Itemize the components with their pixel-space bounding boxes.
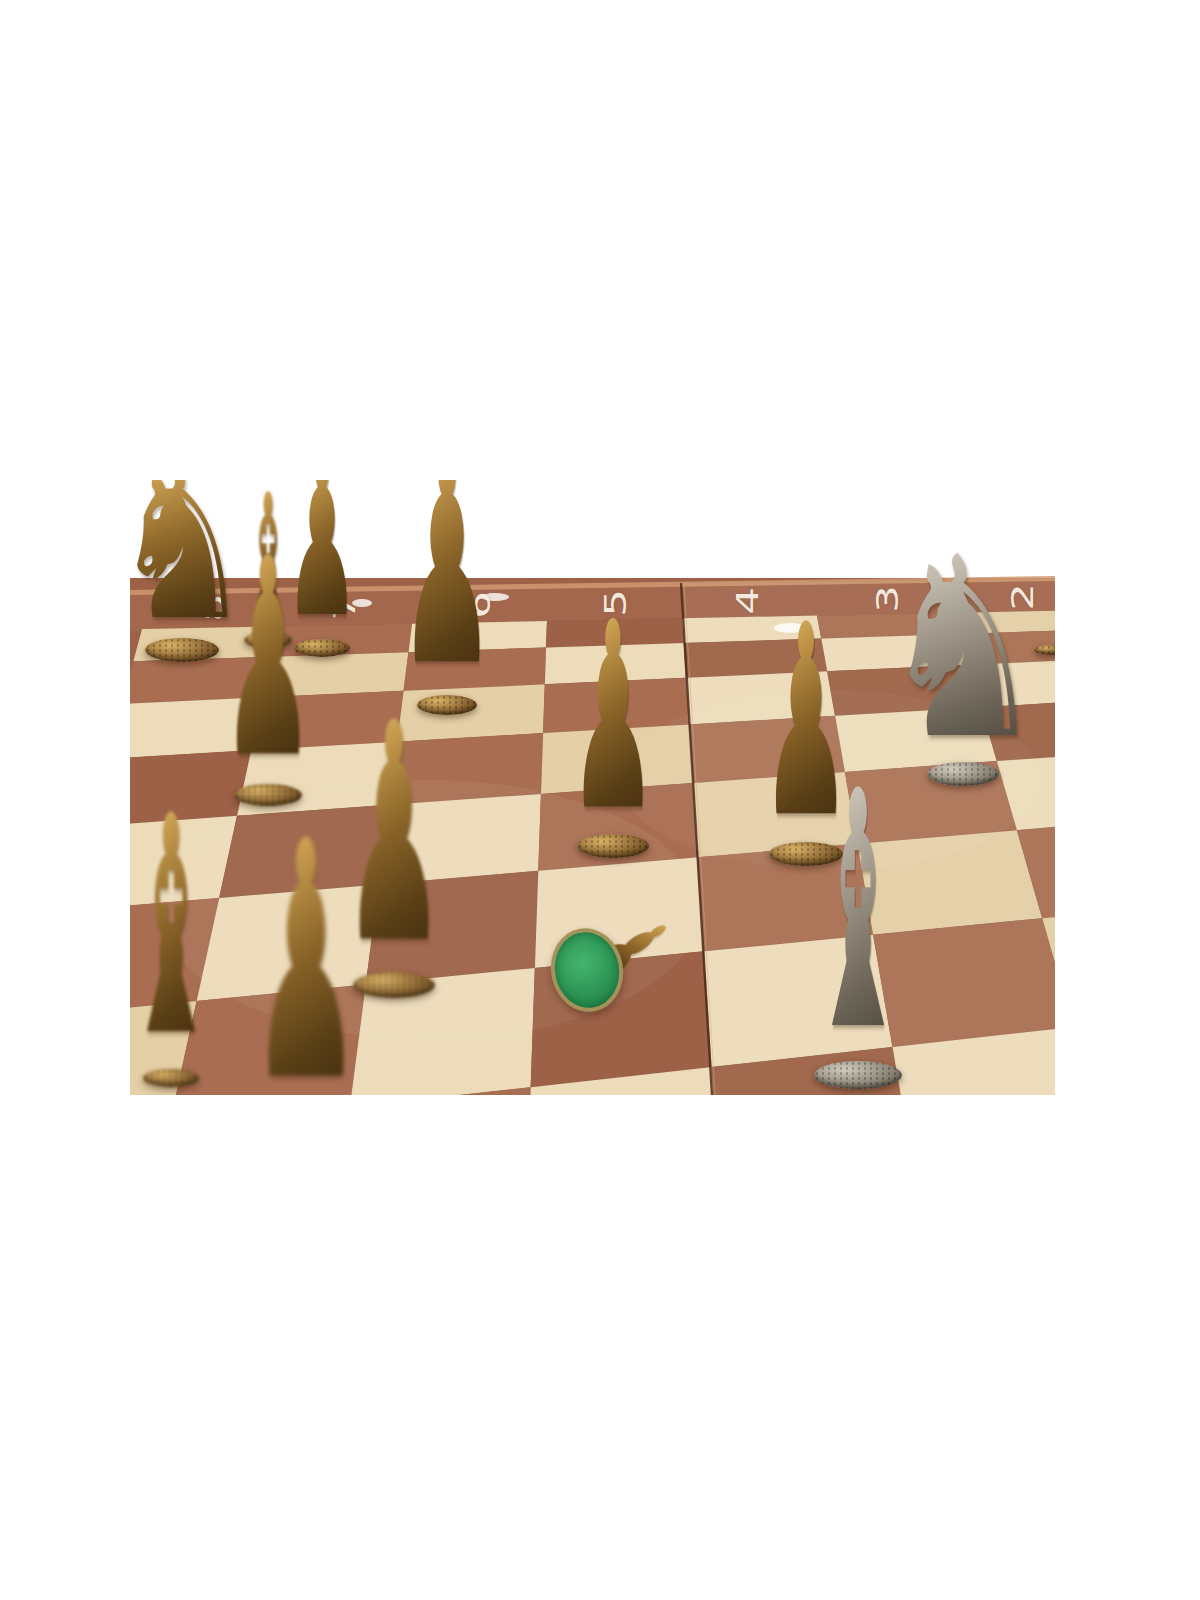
chess-board (130, 480, 1055, 1095)
square-a7 (271, 624, 412, 657)
square-a5 (546, 618, 684, 647)
square-c8 (130, 697, 262, 759)
glare-glint (774, 623, 806, 633)
rank-label-5: 5 (601, 589, 631, 617)
square-c6 (397, 684, 545, 741)
square-a6 (408, 621, 547, 652)
product-photo: 8765432 ♝♞♟♟♟♟♟♟♟♞♝♝♟ (130, 480, 1055, 1095)
square-a8 (133, 626, 277, 661)
page-background: 8765432 ♝♞♟♟♟♟♟♟♟♞♝♝♟ (0, 0, 1200, 1600)
rank-label-3: 3 (873, 585, 903, 613)
square-b5 (545, 643, 686, 684)
rank-label-2: 2 (1008, 583, 1038, 611)
square-c7 (251, 691, 403, 750)
rank-label-6: 6 (465, 591, 495, 619)
square-b8 (130, 657, 271, 704)
square-b6 (404, 648, 546, 691)
rank-label-7: 7 (330, 593, 360, 621)
sheen (160, 780, 700, 1040)
sheen-2 (620, 690, 1040, 870)
rank-label-8: 8 (199, 594, 229, 622)
square-b7 (262, 652, 408, 697)
square-d8 (130, 750, 251, 826)
rank-label-4: 4 (733, 587, 763, 615)
